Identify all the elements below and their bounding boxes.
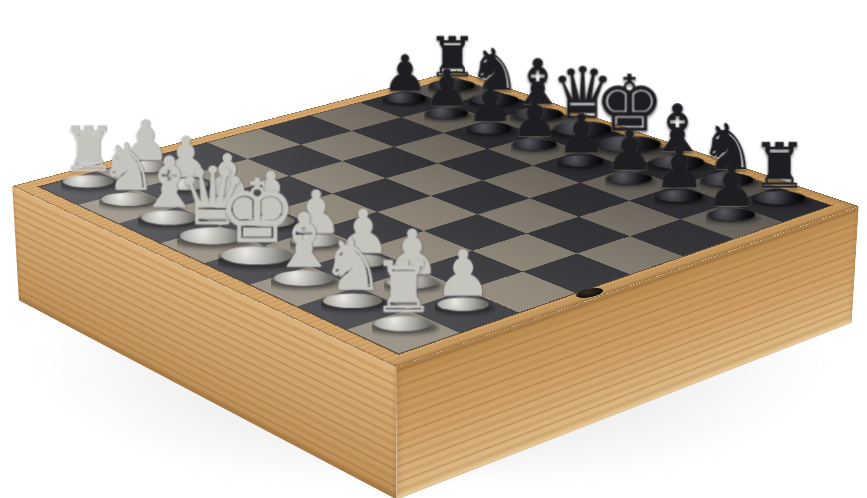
black-pawn-icon: ♟ [382, 49, 427, 97]
piece-sprite: ♟ [605, 124, 655, 184]
black-pawn-icon: ♟ [557, 108, 606, 160]
piece-sprite: ♟ [706, 159, 758, 221]
piece-sprite: ♟ [382, 49, 427, 104]
piece-sprite: ♜ [372, 255, 436, 332]
piece-base-disc [374, 316, 432, 331]
product-photo-scene: ♜♟♟♜♞♟♟♞♝♟♟♝♛♟♟♛♚♟♟♚♝♟♟♝♞♟♟♞♜♟♟♜ [0, 0, 867, 498]
piece-sprite: ♟ [435, 243, 491, 311]
black-pawn-icon: ♟ [605, 124, 655, 177]
piece-sprite: ♟ [654, 141, 705, 202]
black-pawn-icon: ♟ [654, 141, 705, 195]
white-rook-icon: ♜ [372, 255, 436, 322]
piece-sprite: ♟ [467, 77, 514, 134]
piece-sprite: ♟ [511, 93, 559, 151]
black-pawn-icon: ♟ [424, 63, 470, 112]
square-e5[interactable] [431, 181, 530, 215]
black-pawn-icon: ♟ [467, 77, 514, 127]
piece-sprite: ♟ [557, 108, 606, 167]
piece-sprite: ♟ [424, 63, 470, 119]
black-rook-icon: ♜ [752, 137, 808, 196]
piece-base-disc [754, 191, 805, 204]
black-pawn-icon: ♟ [706, 159, 758, 214]
white-pawn-icon: ♟ [435, 243, 491, 303]
piece-sprite: ♜ [752, 137, 808, 205]
black-pawn-icon: ♟ [511, 93, 559, 144]
wooden-box: ♜♟♟♜♞♟♟♞♝♟♟♝♛♟♟♛♚♟♟♚♝♟♟♝♞♟♟♞♜♟♟♜ [12, 70, 859, 366]
